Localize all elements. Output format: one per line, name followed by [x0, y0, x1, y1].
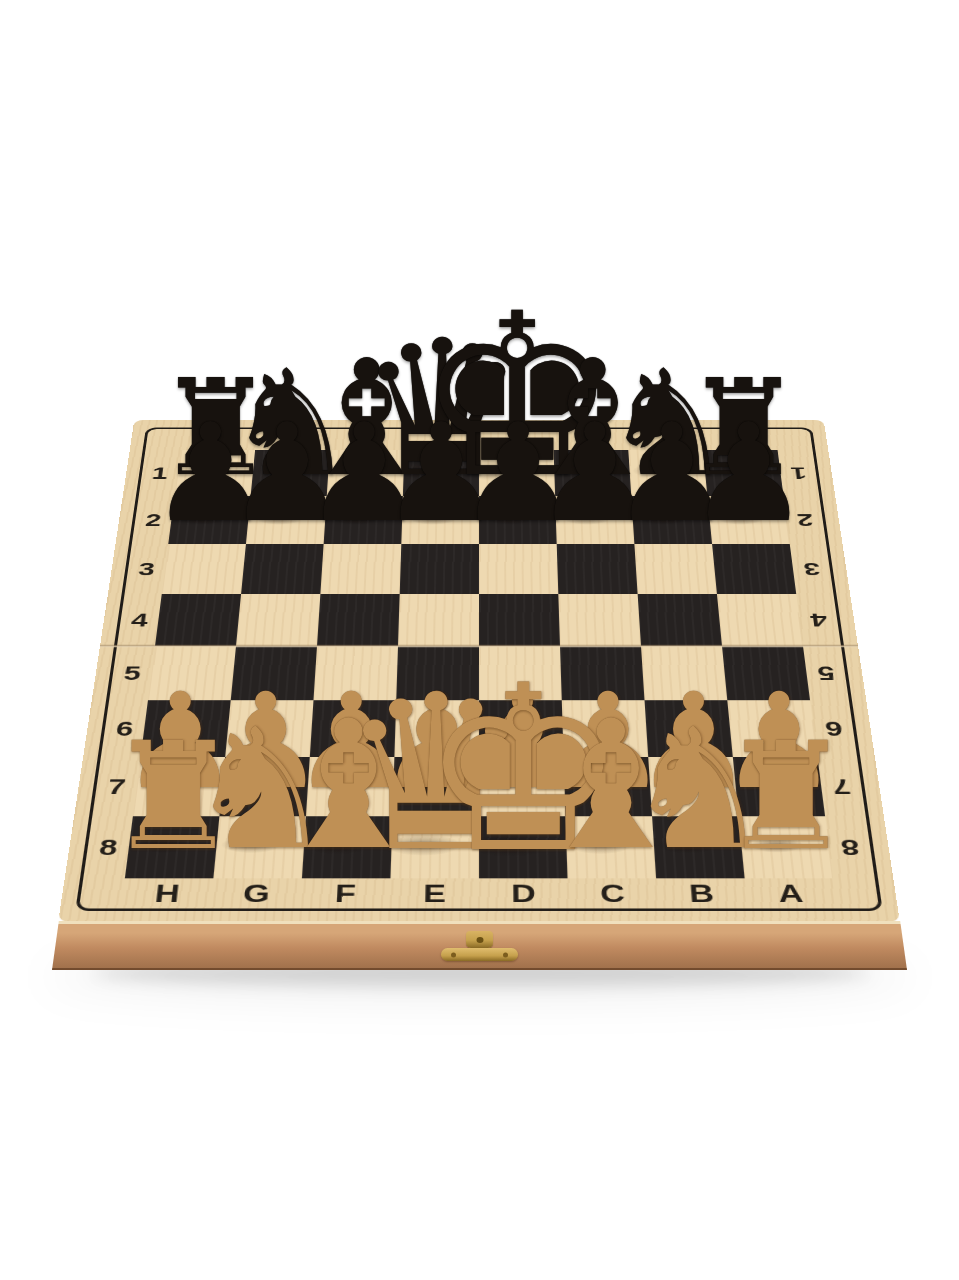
rank-label-right-6: 6 — [810, 700, 857, 757]
rank-label-right-text: 6 — [823, 718, 843, 739]
rank-label-left-2: 2 — [132, 496, 175, 544]
rank-label-right-text: 4 — [809, 610, 828, 629]
file-label-text: B — [688, 881, 715, 906]
file-label-text: F — [334, 881, 356, 906]
file-label-b: B — [656, 878, 747, 908]
square-b1 — [628, 450, 707, 496]
rank-label-left-text: 8 — [98, 836, 119, 859]
square-h6 — [141, 700, 231, 757]
square-h1 — [174, 450, 255, 496]
square-d1 — [479, 450, 555, 496]
square-f8 — [302, 816, 393, 878]
square-h3 — [162, 544, 246, 594]
rank-label-left-8: 8 — [83, 816, 133, 878]
square-d2 — [479, 496, 557, 544]
square-f7 — [306, 757, 394, 816]
square-f1 — [327, 450, 405, 496]
square-a2 — [707, 496, 789, 544]
square-c3 — [557, 544, 638, 594]
square-e6 — [394, 700, 479, 757]
file-labels-bottom: HGFEDCBA — [121, 878, 837, 908]
board-squares — [125, 450, 833, 878]
square-h8 — [125, 816, 220, 878]
square-b8 — [652, 816, 745, 878]
square-e7 — [392, 757, 479, 816]
square-g1 — [251, 450, 330, 496]
square-e4 — [398, 594, 479, 646]
rank-label-left-1: 1 — [139, 450, 181, 496]
rank-label-right-5: 5 — [803, 646, 849, 700]
rank-label-left-text: 7 — [106, 775, 127, 797]
rank-label-right-text: 8 — [839, 836, 860, 859]
file-label-d: D — [479, 878, 569, 908]
rank-label-right-7: 7 — [817, 757, 865, 816]
file-label-text: A — [777, 881, 804, 906]
square-f2 — [324, 496, 403, 544]
square-h5 — [148, 646, 236, 700]
square-d7 — [479, 757, 566, 816]
latch-hook-icon — [466, 931, 493, 948]
square-c1 — [554, 450, 632, 496]
rank-label-left-text: 2 — [144, 511, 162, 529]
square-g8 — [213, 816, 306, 878]
rank-label-left-text: 4 — [130, 610, 149, 629]
file-label-text: H — [154, 881, 181, 906]
rank-label-right-text: 7 — [831, 775, 852, 797]
square-g4 — [236, 594, 320, 646]
square-b7 — [648, 757, 738, 816]
file-label-g: G — [210, 878, 301, 908]
square-f6 — [310, 700, 396, 757]
square-c5 — [560, 646, 645, 700]
square-f3 — [320, 544, 401, 594]
square-d3 — [479, 544, 558, 594]
file-label-text: C — [600, 881, 626, 906]
rank-label-right-4: 4 — [796, 594, 841, 646]
square-a4 — [717, 594, 803, 646]
square-a7 — [733, 757, 825, 816]
square-b4 — [638, 594, 722, 646]
square-a3 — [712, 544, 796, 594]
square-g5 — [231, 646, 317, 700]
file-label-a: A — [745, 878, 837, 908]
square-a1 — [703, 450, 784, 496]
square-d6 — [479, 700, 564, 757]
square-c2 — [555, 496, 634, 544]
square-b2 — [631, 496, 712, 544]
square-h2 — [168, 496, 250, 544]
square-e1 — [403, 450, 479, 496]
square-e8 — [390, 816, 479, 878]
square-f4 — [317, 594, 400, 646]
rank-label-right-1: 1 — [778, 450, 820, 496]
rank-label-left-text: 3 — [137, 560, 156, 578]
rank-label-left-4: 4 — [117, 594, 162, 646]
square-a8 — [739, 816, 834, 878]
square-b5 — [641, 646, 727, 700]
file-label-h: H — [121, 878, 213, 908]
rank-label-left-3: 3 — [125, 544, 169, 594]
rank-label-right-text: 2 — [796, 511, 814, 529]
square-a5 — [722, 646, 810, 700]
square-c7 — [564, 757, 652, 816]
square-b6 — [645, 700, 733, 757]
square-e3 — [400, 544, 479, 594]
square-g6 — [225, 700, 313, 757]
latch-plate-icon — [441, 948, 518, 961]
rank-label-left-text: 5 — [122, 663, 142, 683]
square-d8 — [479, 816, 568, 878]
square-d5 — [479, 646, 562, 700]
rank-label-left-7: 7 — [92, 757, 140, 816]
file-label-f: F — [300, 878, 390, 908]
file-label-c: C — [568, 878, 658, 908]
fold-seam — [100, 645, 858, 648]
file-label-text: G — [242, 881, 271, 906]
square-c6 — [562, 700, 648, 757]
square-c8 — [566, 816, 657, 878]
file-label-text: D — [511, 881, 536, 906]
square-e2 — [401, 496, 479, 544]
square-g2 — [246, 496, 327, 544]
file-label-e: E — [389, 878, 479, 908]
rank-label-right-3: 3 — [790, 544, 834, 594]
square-c4 — [558, 594, 641, 646]
rank-label-right-text: 1 — [789, 464, 807, 481]
square-b3 — [634, 544, 717, 594]
rank-label-left-text: 1 — [151, 464, 169, 481]
square-d4 — [479, 594, 560, 646]
board-perspective-wrap: 12345678 12345678 HGFEDCBA — [100, 267, 858, 1025]
square-e5 — [396, 646, 479, 700]
rank-label-left-6: 6 — [101, 700, 148, 757]
photo-stage: 12345678 12345678 HGFEDCBA ♜♞♝♛♚♝♞♜♟♟♟♟♟… — [0, 0, 959, 1280]
file-label-text: E — [423, 881, 446, 906]
square-h4 — [155, 594, 241, 646]
square-f5 — [313, 646, 398, 700]
rank-label-left-text: 6 — [115, 718, 135, 739]
rank-label-right-2: 2 — [784, 496, 827, 544]
square-h7 — [133, 757, 225, 816]
rank-label-right-text: 3 — [802, 560, 821, 578]
square-g3 — [241, 544, 324, 594]
square-g7 — [219, 757, 309, 816]
rank-label-left-5: 5 — [109, 646, 155, 700]
chess-board: 12345678 12345678 HGFEDCBA — [58, 420, 900, 922]
rank-label-right-text: 5 — [816, 663, 836, 683]
square-a6 — [727, 700, 817, 757]
